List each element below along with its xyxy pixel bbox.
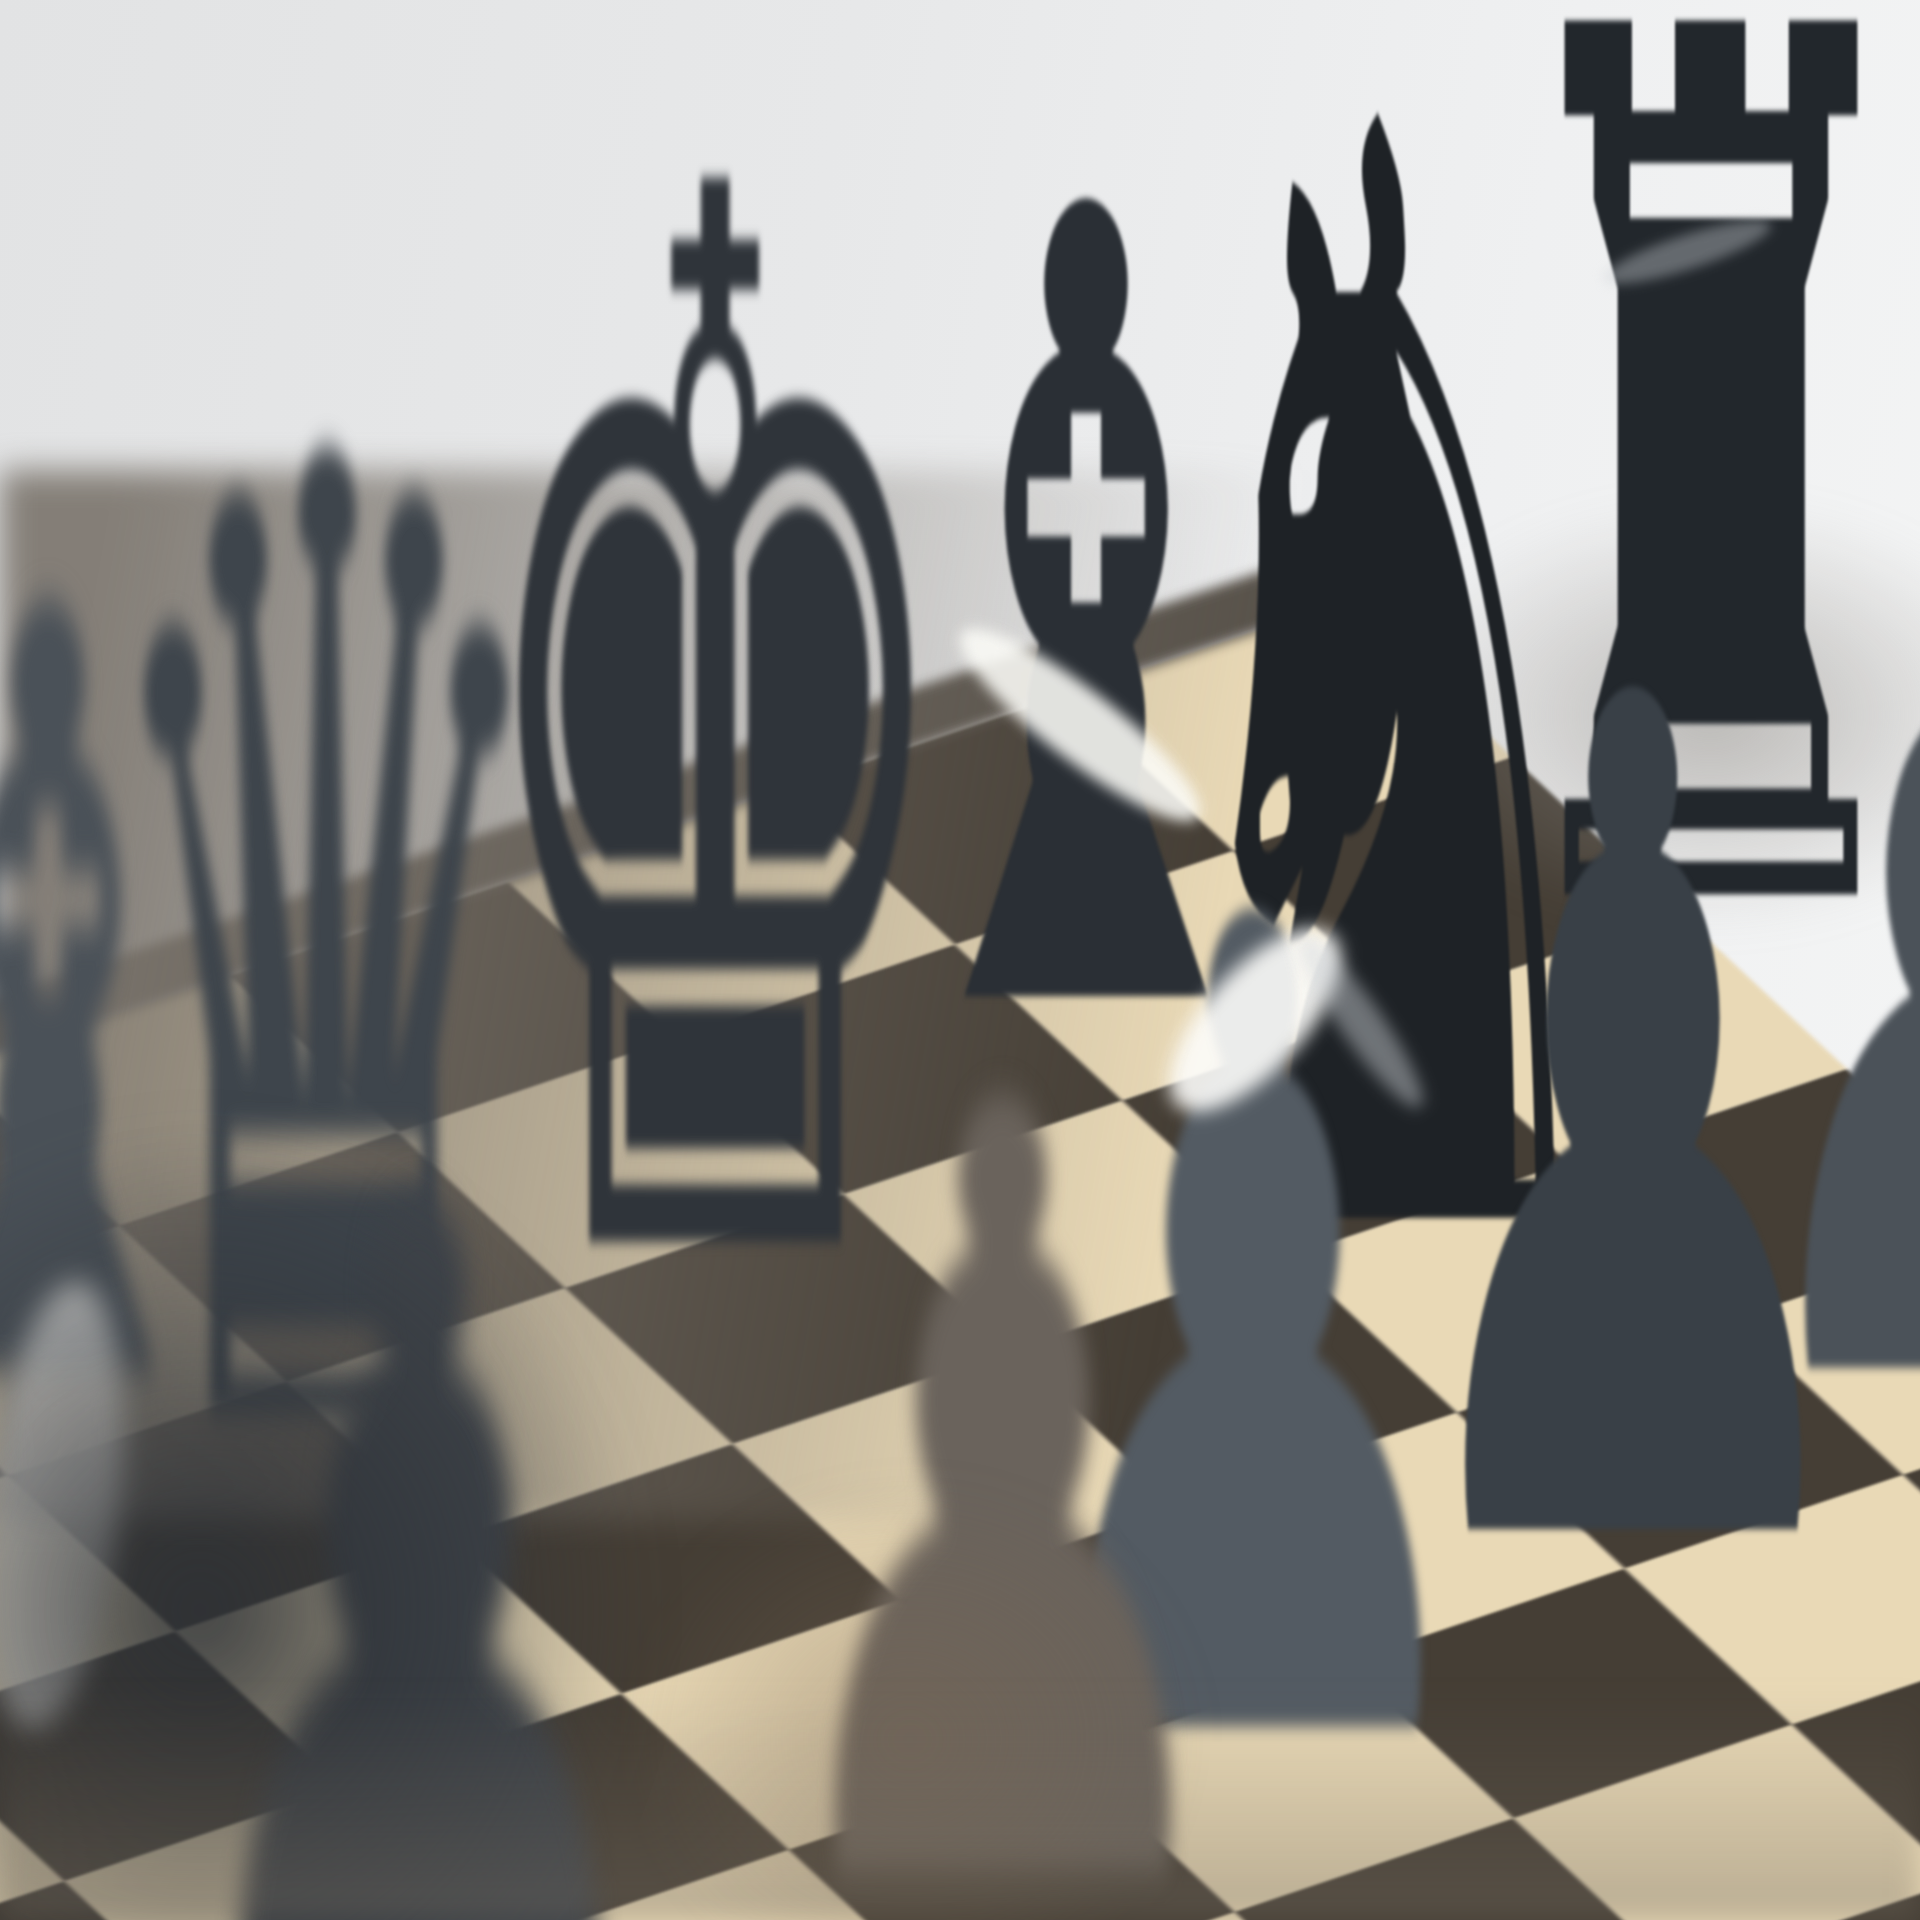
photo-scene: ♜♞♝♚♛♝♟♟♟♟♟ xyxy=(0,0,1920,1920)
depth-of-field-haze-near xyxy=(0,1690,1920,1920)
